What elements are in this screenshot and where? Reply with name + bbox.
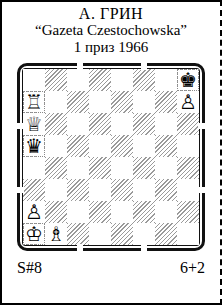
square-h2 <box>177 201 199 223</box>
material-count: 6+2 <box>180 259 205 277</box>
piece-white-rook-a7: ♖ <box>24 92 44 112</box>
square-b7 <box>45 91 67 113</box>
square-d4 <box>89 157 111 179</box>
square-c6 <box>67 113 89 135</box>
square-d8 <box>89 69 111 91</box>
square-a5: ♛ <box>23 135 45 157</box>
square-g7 <box>155 91 177 113</box>
problem-header: А. ГРИН “Gazeta Czestochowska” 1 приз 19… <box>2 2 220 56</box>
square-a4 <box>23 157 45 179</box>
frame-notch <box>198 187 206 193</box>
piece-white-pawn-h7: ♙ <box>178 92 198 112</box>
square-b6 <box>45 113 67 135</box>
square-f5 <box>133 135 155 157</box>
frame-notch <box>77 62 83 70</box>
square-a3 <box>23 179 45 201</box>
square-b5 <box>45 135 67 157</box>
piece-white-queen-a6: ♕ <box>24 114 44 134</box>
source-name: “Gazeta Czestochowska” <box>2 22 220 39</box>
square-a7: ♖ <box>23 91 45 113</box>
square-d7 <box>89 91 111 113</box>
square-d1 <box>89 223 111 245</box>
square-f7 <box>133 91 155 113</box>
square-f8 <box>133 69 155 91</box>
chess-board-wrap: ♚♖♙♕♛♙♔♗ <box>17 63 205 251</box>
square-f6 <box>133 113 155 135</box>
frame-notch <box>141 244 147 252</box>
square-g2 <box>155 201 177 223</box>
square-b3 <box>45 179 67 201</box>
square-b2 <box>45 201 67 223</box>
square-f2 <box>133 201 155 223</box>
square-e5 <box>111 135 133 157</box>
square-h8: ♚ <box>177 69 199 91</box>
square-a8 <box>23 69 45 91</box>
square-c5 <box>67 135 89 157</box>
frame-notch <box>198 123 206 129</box>
square-h3 <box>177 179 199 201</box>
square-a2: ♙ <box>23 201 45 223</box>
square-h4 <box>177 157 199 179</box>
caption-row: S#8 6+2 <box>17 259 205 277</box>
square-b4 <box>45 157 67 179</box>
square-e1 <box>111 223 133 245</box>
stipulation-label: S#8 <box>17 259 42 277</box>
square-d6 <box>89 113 111 135</box>
square-c3 <box>67 179 89 201</box>
square-c4 <box>67 157 89 179</box>
square-e4 <box>111 157 133 179</box>
piece-black-queen-a5: ♛ <box>24 136 44 156</box>
square-c8 <box>67 69 89 91</box>
frame-notch <box>77 244 83 252</box>
square-e3 <box>111 179 133 201</box>
square-e6 <box>111 113 133 135</box>
square-f1 <box>133 223 155 245</box>
square-c1 <box>67 223 89 245</box>
frame-notch <box>16 187 24 193</box>
board-inner-frame: ♚♖♙♕♛♙♔♗ <box>22 68 200 246</box>
square-g4 <box>155 157 177 179</box>
square-h1 <box>177 223 199 245</box>
piece-white-bishop-b1: ♗ <box>46 224 66 244</box>
square-e8 <box>111 69 133 91</box>
square-d5 <box>89 135 111 157</box>
square-b8 <box>45 69 67 91</box>
square-f4 <box>133 157 155 179</box>
board-frame: ♚♖♙♕♛♙♔♗ <box>17 63 205 251</box>
square-e7 <box>111 91 133 113</box>
square-c7 <box>67 91 89 113</box>
square-e2 <box>111 201 133 223</box>
piece-black-king-h8: ♚ <box>178 70 198 90</box>
piece-white-king-a1: ♔ <box>24 224 44 244</box>
problem-clipping: А. ГРИН “Gazeta Czestochowska” 1 приз 19… <box>0 0 222 305</box>
square-h5 <box>177 135 199 157</box>
frame-notch <box>141 62 147 70</box>
square-d3 <box>89 179 111 201</box>
square-g6 <box>155 113 177 135</box>
square-d2 <box>89 201 111 223</box>
square-g1 <box>155 223 177 245</box>
square-f3 <box>133 179 155 201</box>
piece-white-pawn-a2: ♙ <box>24 202 44 222</box>
square-g8 <box>155 69 177 91</box>
square-g5 <box>155 135 177 157</box>
square-c2 <box>67 201 89 223</box>
frame-notch <box>16 123 24 129</box>
square-h7: ♙ <box>177 91 199 113</box>
square-g3 <box>155 179 177 201</box>
square-a1: ♔ <box>23 223 45 245</box>
square-a6: ♕ <box>23 113 45 135</box>
author-name: А. ГРИН <box>2 5 220 22</box>
square-b1: ♗ <box>45 223 67 245</box>
square-h6 <box>177 113 199 135</box>
chess-board: ♚♖♙♕♛♙♔♗ <box>23 69 199 245</box>
award-text: 1 приз 1966 <box>2 39 220 56</box>
